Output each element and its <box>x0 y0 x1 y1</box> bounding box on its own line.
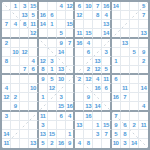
sudoku-board: 1315412610716145135166128477481114115131… <box>0 0 150 150</box>
cell-r14-c13[interactable]: 9 <box>112 121 121 130</box>
cell-r10-c6[interactable]: 12 <box>48 84 57 93</box>
cell-r14-c4[interactable] <box>29 121 38 130</box>
cell-r2-c1[interactable] <box>2 11 11 20</box>
cell-r13-c7[interactable]: 6 <box>57 112 66 121</box>
cell-r4-c16[interactable]: 13 <box>139 29 148 38</box>
cell-r11-c3[interactable] <box>20 93 29 102</box>
cell-r15-c14[interactable]: 8 <box>121 130 130 139</box>
cell-r10-c8[interactable] <box>66 84 75 93</box>
cell-r2-c11[interactable]: 8 <box>93 11 102 20</box>
cell-r15-c4[interactable] <box>29 130 38 139</box>
cell-r13-c6[interactable] <box>48 112 57 121</box>
cell-r1-c13[interactable]: 14 <box>112 2 121 11</box>
cell-r11-c2[interactable]: 2 <box>11 93 20 102</box>
cell-r7-c7[interactable] <box>57 57 66 66</box>
cell-r4-c8[interactable] <box>66 29 75 38</box>
cell-r16-c3[interactable] <box>20 139 29 148</box>
cell-r16-c16[interactable] <box>139 139 148 148</box>
cell-r4-c6[interactable] <box>48 29 57 38</box>
cell-r10-c2[interactable] <box>11 84 20 93</box>
cell-r6-c1[interactable] <box>2 48 11 57</box>
cell-r2-c5[interactable]: 16 <box>39 11 48 20</box>
cell-r10-c4[interactable]: 10 <box>29 84 38 93</box>
cell-r6-c14[interactable] <box>121 48 130 57</box>
cell-r7-c9[interactable] <box>75 57 84 66</box>
cell-r4-c7[interactable]: 5 <box>57 29 66 38</box>
cell-r12-c5[interactable] <box>39 102 48 111</box>
cell-r7-c14[interactable] <box>121 57 130 66</box>
cell-r8-c6[interactable]: 1 <box>48 66 57 75</box>
cell-r9-c7[interactable]: 10 <box>57 75 66 84</box>
cell-r9-c13[interactable]: 6 <box>112 75 121 84</box>
cell-r13-c3[interactable] <box>20 112 29 121</box>
cell-r1-c12[interactable]: 16 <box>102 2 111 11</box>
cell-r6-c16[interactable]: 9 <box>139 48 148 57</box>
cell-r8-c12[interactable]: 5 <box>102 66 111 75</box>
cell-r9-c2[interactable] <box>11 75 20 84</box>
cell-r5-c13[interactable] <box>112 39 121 48</box>
cell-r15-c9[interactable] <box>75 130 84 139</box>
cell-r15-c8[interactable]: 1 <box>66 130 75 139</box>
cell-r8-c9[interactable] <box>75 66 84 75</box>
cell-r7-c15[interactable] <box>130 57 139 66</box>
cell-r7-c5[interactable]: 12 <box>39 57 48 66</box>
cell-r14-c5[interactable]: 3 <box>39 121 48 130</box>
cell-r2-c4[interactable]: 5 <box>29 11 38 20</box>
cell-r1-c15[interactable] <box>130 2 139 11</box>
cell-r9-c12[interactable]: 11 <box>102 75 111 84</box>
cell-r11-c16[interactable] <box>139 93 148 102</box>
cell-r1-c3[interactable]: 3 <box>20 2 29 11</box>
cell-r9-c5[interactable]: 9 <box>39 75 48 84</box>
cell-r13-c1[interactable]: 3 <box>2 112 11 121</box>
cell-r9-c4[interactable] <box>29 75 38 84</box>
cell-r6-c3[interactable]: 12 <box>20 48 29 57</box>
cell-r1-c9[interactable]: 6 <box>75 2 84 11</box>
cell-r7-c13[interactable]: 1 <box>112 57 121 66</box>
cell-r16-c14[interactable]: 3 <box>121 139 130 148</box>
cell-r9-c11[interactable]: 4 <box>93 75 102 84</box>
cell-r13-c14[interactable] <box>121 112 130 121</box>
cell-r6-c7[interactable]: 14 <box>57 48 66 57</box>
cell-r3-c11[interactable] <box>93 20 102 29</box>
cell-r12-c10[interactable]: 13 <box>84 102 93 111</box>
cell-r11-c10[interactable]: 9 <box>84 93 93 102</box>
cell-r9-c9[interactable]: 2 <box>75 75 84 84</box>
cell-r9-c3[interactable] <box>20 75 29 84</box>
cell-r4-c14[interactable] <box>121 29 130 38</box>
cell-r8-c10[interactable]: 2 <box>84 66 93 75</box>
cell-r2-c8[interactable] <box>66 11 75 20</box>
cell-r4-c10[interactable]: 15 <box>84 29 93 38</box>
cell-r8-c8[interactable] <box>66 66 75 75</box>
cell-r12-c12[interactable] <box>102 102 111 111</box>
cell-r14-c2[interactable] <box>11 121 20 130</box>
cell-r16-c12[interactable] <box>102 139 111 148</box>
cell-r2-c16[interactable]: 7 <box>139 11 148 20</box>
cell-r3-c4[interactable]: 11 <box>29 20 38 29</box>
cell-r8-c1[interactable] <box>2 66 11 75</box>
cell-r3-c10[interactable] <box>84 20 93 29</box>
cell-r5-c15[interactable] <box>130 39 139 48</box>
cell-r1-c5[interactable] <box>39 2 48 11</box>
cell-r12-c11[interactable]: 14 <box>93 102 102 111</box>
cell-r11-c8[interactable] <box>66 93 75 102</box>
cell-r16-c2[interactable] <box>11 139 20 148</box>
cell-r6-c2[interactable]: 10 <box>11 48 20 57</box>
cell-r12-c14[interactable] <box>121 102 130 111</box>
cell-r5-c1[interactable]: 2 <box>2 39 11 48</box>
cell-r14-c8[interactable] <box>66 121 75 130</box>
cell-r4-c9[interactable]: 11 <box>75 29 84 38</box>
cell-r1-c11[interactable]: 7 <box>93 2 102 11</box>
cell-r7-c11[interactable]: 13 <box>93 57 102 66</box>
cell-r6-c12[interactable]: 3 <box>102 48 111 57</box>
cell-r1-c4[interactable]: 15 <box>29 2 38 11</box>
cell-r2-c10[interactable] <box>84 11 93 20</box>
cell-r12-c16[interactable]: 4 <box>139 102 148 111</box>
cell-r12-c6[interactable] <box>48 102 57 111</box>
cell-r13-c11[interactable] <box>93 112 102 121</box>
cell-r14-c6[interactable] <box>48 121 57 130</box>
cell-r10-c1[interactable]: 4 <box>2 84 11 93</box>
cell-r16-c9[interactable]: 4 <box>75 139 84 148</box>
cell-r5-c3[interactable] <box>20 39 29 48</box>
cell-r14-c9[interactable]: 13 <box>75 121 84 130</box>
cell-r3-c16[interactable] <box>139 20 148 29</box>
cell-r10-c5[interactable] <box>39 84 48 93</box>
cell-r7-c6[interactable]: 3 <box>48 57 57 66</box>
cell-r13-c13[interactable]: 7 <box>112 112 121 121</box>
cell-r13-c2[interactable] <box>11 112 20 121</box>
cell-r9-c10[interactable]: 12 <box>84 75 93 84</box>
cell-r5-c8[interactable]: 7 <box>66 39 75 48</box>
cell-r11-c13[interactable]: 16 <box>112 93 121 102</box>
cell-r11-c5[interactable]: 1 <box>39 93 48 102</box>
cell-r2-c9[interactable]: 12 <box>75 11 84 20</box>
cell-r10-c15[interactable] <box>130 84 139 93</box>
cell-r14-c12[interactable]: 15 <box>102 121 111 130</box>
cell-r15-c1[interactable]: 14 <box>2 130 11 139</box>
cell-r3-c6[interactable]: 1 <box>48 20 57 29</box>
cell-r14-c7[interactable] <box>57 121 66 130</box>
cell-r11-c11[interactable] <box>93 93 102 102</box>
cell-r14-c14[interactable]: 6 <box>121 121 130 130</box>
cell-r7-c10[interactable] <box>84 57 93 66</box>
cell-r13-c12[interactable] <box>102 112 111 121</box>
cell-r5-c10[interactable]: 4 <box>84 39 93 48</box>
cell-r5-c2[interactable] <box>11 39 20 48</box>
cell-r2-c14[interactable] <box>121 11 130 20</box>
cell-r6-c4[interactable] <box>29 48 38 57</box>
cell-r10-c7[interactable] <box>57 84 66 93</box>
cell-r12-c13[interactable] <box>112 102 121 111</box>
cell-r11-c6[interactable] <box>48 93 57 102</box>
cell-r16-c11[interactable] <box>93 139 102 148</box>
cell-r8-c13[interactable] <box>112 66 121 75</box>
cell-r6-c10[interactable]: 6 <box>84 48 93 57</box>
cell-r10-c13[interactable] <box>112 84 121 93</box>
cell-r1-c1[interactable] <box>2 2 11 11</box>
cell-r1-c10[interactable]: 10 <box>84 2 93 11</box>
cell-r10-c10[interactable] <box>84 84 93 93</box>
cell-r10-c14[interactable]: 11 <box>121 84 130 93</box>
cell-r5-c6[interactable] <box>48 39 57 48</box>
cell-r3-c12[interactable]: 13 <box>102 20 111 29</box>
cell-r13-c5[interactable]: 11 <box>39 112 48 121</box>
cell-r3-c7[interactable] <box>57 20 66 29</box>
cell-r15-c6[interactable]: 15 <box>48 130 57 139</box>
cell-r8-c11[interactable]: 12 <box>93 66 102 75</box>
cell-r8-c5[interactable]: 8 <box>39 66 48 75</box>
cell-r15-c2[interactable] <box>11 130 20 139</box>
cell-r16-c4[interactable]: 13 <box>29 139 38 148</box>
cell-r3-c9[interactable] <box>75 20 84 29</box>
cell-r13-c8[interactable]: 4 <box>66 112 75 121</box>
cell-r8-c7[interactable]: 13 <box>57 66 66 75</box>
cell-r8-c14[interactable] <box>121 66 130 75</box>
cell-r12-c1[interactable] <box>2 102 11 111</box>
cell-r10-c11[interactable]: 16 <box>93 84 102 93</box>
cell-r7-c1[interactable]: 8 <box>2 57 11 66</box>
cell-r7-c2[interactable] <box>11 57 20 66</box>
cell-r16-c7[interactable]: 16 <box>57 139 66 148</box>
cell-r3-c14[interactable] <box>121 20 130 29</box>
cell-r12-c9[interactable] <box>75 102 84 111</box>
cell-r5-c7[interactable]: 9 <box>57 39 66 48</box>
cell-r15-c3[interactable] <box>20 130 29 139</box>
cell-r10-c16[interactable]: 14 <box>139 84 148 93</box>
cell-r6-c15[interactable]: 5 <box>130 48 139 57</box>
cell-r5-c5[interactable] <box>39 39 48 48</box>
cell-r3-c3[interactable]: 8 <box>20 20 29 29</box>
cell-r15-c12[interactable]: 7 <box>102 130 111 139</box>
cell-r7-c3[interactable] <box>20 57 29 66</box>
cell-r9-c16[interactable] <box>139 75 148 84</box>
cell-r6-c8[interactable] <box>66 48 75 57</box>
cell-r2-c3[interactable]: 13 <box>20 11 29 20</box>
cell-r6-c6[interactable] <box>48 48 57 57</box>
cell-r10-c12[interactable]: 6 <box>102 84 111 93</box>
cell-r8-c16[interactable] <box>139 66 148 75</box>
cell-r7-c16[interactable]: 2 <box>139 57 148 66</box>
cell-r16-c5[interactable]: 5 <box>39 139 48 148</box>
cell-r13-c16[interactable] <box>139 112 148 121</box>
cell-r15-c11[interactable]: 3 <box>93 130 102 139</box>
cell-r5-c14[interactable]: 13 <box>121 39 130 48</box>
cell-r11-c4[interactable] <box>29 93 38 102</box>
cell-r4-c11[interactable] <box>93 29 102 38</box>
cell-r15-c13[interactable]: 5 <box>112 130 121 139</box>
cell-r2-c7[interactable] <box>57 11 66 20</box>
cell-r5-c16[interactable] <box>139 39 148 48</box>
cell-r7-c12[interactable] <box>102 57 111 66</box>
cell-r11-c9[interactable] <box>75 93 84 102</box>
cell-r4-c15[interactable] <box>130 29 139 38</box>
cell-r5-c11[interactable] <box>93 39 102 48</box>
cell-r6-c9[interactable] <box>75 48 84 57</box>
cell-r4-c5[interactable] <box>39 29 48 38</box>
cell-r8-c2[interactable] <box>11 66 20 75</box>
cell-r6-c11[interactable] <box>93 48 102 57</box>
cell-r3-c13[interactable] <box>112 20 121 29</box>
cell-r4-c13[interactable] <box>112 29 121 38</box>
cell-r4-c12[interactable]: 14 <box>102 29 111 38</box>
cell-r4-c2[interactable] <box>11 29 20 38</box>
cell-r1-c2[interactable]: 1 <box>11 2 20 11</box>
cell-r16-c15[interactable]: 14 <box>130 139 139 148</box>
cell-r12-c4[interactable] <box>29 102 38 111</box>
cell-r5-c12[interactable] <box>102 39 111 48</box>
cell-r2-c15[interactable] <box>130 11 139 20</box>
cell-r1-c16[interactable]: 5 <box>139 2 148 11</box>
cell-r15-c7[interactable] <box>57 130 66 139</box>
cell-r2-c6[interactable]: 6 <box>48 11 57 20</box>
cell-r7-c4[interactable]: 4 <box>29 57 38 66</box>
cell-r12-c7[interactable]: 15 <box>57 102 66 111</box>
cell-r13-c4[interactable] <box>29 112 38 121</box>
cell-r15-c10[interactable] <box>84 130 93 139</box>
cell-r16-c13[interactable]: 10 <box>112 139 121 148</box>
cell-r12-c2[interactable]: 9 <box>11 102 20 111</box>
cell-r3-c8[interactable]: 15 <box>66 20 75 29</box>
cell-r8-c4[interactable]: 6 <box>29 66 38 75</box>
cell-r12-c15[interactable] <box>130 102 139 111</box>
cell-r1-c14[interactable] <box>121 2 130 11</box>
cell-r9-c6[interactable]: 5 <box>48 75 57 84</box>
cell-r4-c1[interactable] <box>2 29 11 38</box>
cell-r3-c1[interactable]: 7 <box>2 20 11 29</box>
cell-r9-c8[interactable] <box>66 75 75 84</box>
cell-r16-c10[interactable]: 8 <box>84 139 93 148</box>
cell-r14-c10[interactable] <box>84 121 93 130</box>
cell-r11-c14[interactable]: 7 <box>121 93 130 102</box>
cell-r12-c3[interactable] <box>20 102 29 111</box>
cell-r5-c9[interactable]: 16 <box>75 39 84 48</box>
cell-r12-c8[interactable]: 16 <box>66 102 75 111</box>
cell-r14-c16[interactable]: 11 <box>139 121 148 130</box>
cell-r4-c4[interactable]: 12 <box>29 29 38 38</box>
cell-r5-c4[interactable] <box>29 39 38 48</box>
cell-r8-c15[interactable] <box>130 66 139 75</box>
cell-r3-c5[interactable]: 14 <box>39 20 48 29</box>
cell-r15-c16[interactable] <box>139 130 148 139</box>
cell-r11-c12[interactable] <box>102 93 111 102</box>
cell-r9-c14[interactable] <box>121 75 130 84</box>
cell-r14-c1[interactable] <box>2 121 11 130</box>
cell-r2-c12[interactable]: 4 <box>102 11 111 20</box>
cell-r15-c15[interactable] <box>130 130 139 139</box>
cell-r8-c3[interactable]: 7 <box>20 66 29 75</box>
cell-r1-c7[interactable]: 4 <box>57 2 66 11</box>
cell-r2-c13[interactable] <box>112 11 121 20</box>
cell-r3-c15[interactable] <box>130 20 139 29</box>
cell-r14-c11[interactable]: 1 <box>93 121 102 130</box>
cell-r2-c2[interactable] <box>11 11 20 20</box>
cell-r16-c1[interactable]: 11 <box>2 139 11 148</box>
cell-r16-c6[interactable]: 2 <box>48 139 57 148</box>
cell-r16-c8[interactable]: 9 <box>66 139 75 148</box>
cell-r1-c6[interactable] <box>48 2 57 11</box>
cell-r9-c1[interactable] <box>2 75 11 84</box>
cell-r4-c3[interactable] <box>20 29 29 38</box>
cell-r11-c7[interactable]: 3 <box>57 93 66 102</box>
cell-r13-c15[interactable] <box>130 112 139 121</box>
cell-r10-c3[interactable] <box>20 84 29 93</box>
cell-r1-c8[interactable]: 12 <box>66 2 75 11</box>
cell-r10-c9[interactable] <box>75 84 84 93</box>
cell-r14-c15[interactable]: 2 <box>130 121 139 130</box>
cell-r3-c2[interactable]: 4 <box>11 20 20 29</box>
cell-r13-c9[interactable] <box>75 112 84 121</box>
cell-r15-c5[interactable]: 13 <box>39 130 48 139</box>
cell-r6-c5[interactable] <box>39 48 48 57</box>
cell-r6-c13[interactable] <box>112 48 121 57</box>
cell-r7-c8[interactable] <box>66 57 75 66</box>
cell-r11-c1[interactable]: 12 <box>2 93 11 102</box>
cell-r14-c3[interactable] <box>20 121 29 130</box>
cell-r9-c15[interactable] <box>130 75 139 84</box>
cell-r13-c10[interactable]: 16 <box>84 112 93 121</box>
cell-r11-c15[interactable] <box>130 93 139 102</box>
